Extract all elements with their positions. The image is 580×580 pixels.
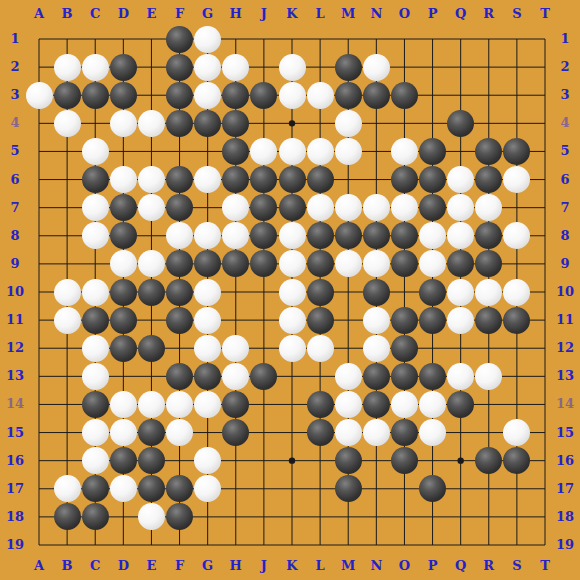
column-label-bottom: S <box>503 558 531 574</box>
black-stone-E10[interactable] <box>138 279 165 306</box>
black-stone-C17[interactable] <box>82 475 109 502</box>
row-label-right: 8 <box>551 228 579 244</box>
black-stone-C11[interactable] <box>82 307 109 334</box>
white-stone-N12[interactable] <box>363 335 390 362</box>
white-stone-C16[interactable] <box>82 447 109 474</box>
column-label-bottom: R <box>475 558 503 574</box>
white-stone-R13[interactable] <box>475 363 502 390</box>
row-label-left: 9 <box>1 256 29 272</box>
row-label-left: 8 <box>1 228 29 244</box>
row-label-right: 19 <box>551 537 579 553</box>
white-stone-O7[interactable] <box>391 194 418 221</box>
row-label-left: 2 <box>1 59 29 75</box>
black-stone-N10[interactable] <box>363 279 390 306</box>
white-stone-H2[interactable] <box>222 54 249 81</box>
black-stone-M3[interactable] <box>335 82 362 109</box>
black-stone-R11[interactable] <box>475 307 502 334</box>
row-label-left: 15 <box>1 425 29 441</box>
black-stone-E16[interactable] <box>138 447 165 474</box>
column-label-top: P <box>419 6 447 22</box>
column-label-bottom: C <box>81 558 109 574</box>
white-stone-B17[interactable] <box>54 475 81 502</box>
black-stone-O12[interactable] <box>391 335 418 362</box>
white-stone-O5[interactable] <box>391 138 418 165</box>
column-label-bottom: B <box>53 558 81 574</box>
black-stone-D12[interactable] <box>110 335 137 362</box>
row-label-right: 3 <box>551 87 579 103</box>
black-stone-O16[interactable] <box>391 447 418 474</box>
column-label-top: T <box>531 6 559 22</box>
column-label-bottom: L <box>306 558 334 574</box>
white-stone-C7[interactable] <box>82 194 109 221</box>
row-label-left: 5 <box>1 143 29 159</box>
black-stone-S11[interactable] <box>503 307 530 334</box>
black-stone-L14[interactable] <box>307 391 334 418</box>
black-stone-L10[interactable] <box>307 279 334 306</box>
white-stone-N7[interactable] <box>363 194 390 221</box>
white-stone-D15[interactable] <box>110 419 137 446</box>
column-label-top: D <box>109 6 137 22</box>
black-stone-D11[interactable] <box>110 307 137 334</box>
column-label-bottom: J <box>250 558 278 574</box>
row-label-right: 11 <box>551 312 579 328</box>
row-label-left: 13 <box>1 368 29 384</box>
black-stone-F13[interactable] <box>166 363 193 390</box>
white-stone-R10[interactable] <box>475 279 502 306</box>
white-stone-M15[interactable] <box>335 419 362 446</box>
white-stone-P15[interactable] <box>419 419 446 446</box>
white-stone-G11[interactable] <box>194 307 221 334</box>
black-stone-L9[interactable] <box>307 250 334 277</box>
white-stone-F14[interactable] <box>166 391 193 418</box>
white-stone-M7[interactable] <box>335 194 362 221</box>
white-stone-B10[interactable] <box>54 279 81 306</box>
white-stone-O14[interactable] <box>391 391 418 418</box>
black-stone-M16[interactable] <box>335 447 362 474</box>
black-stone-O15[interactable] <box>391 419 418 446</box>
black-stone-N14[interactable] <box>363 391 390 418</box>
black-stone-F6[interactable] <box>166 166 193 193</box>
white-stone-K3[interactable] <box>279 82 306 109</box>
column-label-top: B <box>53 6 81 22</box>
white-stone-G12[interactable] <box>194 335 221 362</box>
black-stone-Q4[interactable] <box>447 110 474 137</box>
black-stone-P5[interactable] <box>419 138 446 165</box>
black-stone-F4[interactable] <box>166 110 193 137</box>
black-stone-O3[interactable] <box>391 82 418 109</box>
column-label-top: C <box>81 6 109 22</box>
white-stone-N11[interactable] <box>363 307 390 334</box>
white-stone-N9[interactable] <box>363 250 390 277</box>
row-label-left: 12 <box>1 340 29 356</box>
row-label-left: 14 <box>1 396 29 412</box>
column-label-bottom: T <box>531 558 559 574</box>
white-stone-Q6[interactable] <box>447 166 474 193</box>
white-stone-G1[interactable] <box>194 26 221 53</box>
white-stone-L3[interactable] <box>307 82 334 109</box>
row-label-left: 11 <box>1 312 29 328</box>
white-stone-C15[interactable] <box>82 419 109 446</box>
white-stone-M13[interactable] <box>335 363 362 390</box>
black-stone-Q14[interactable] <box>447 391 474 418</box>
black-stone-E15[interactable] <box>138 419 165 446</box>
row-label-left: 10 <box>1 284 29 300</box>
black-stone-D8[interactable] <box>110 222 137 249</box>
white-stone-K2[interactable] <box>279 54 306 81</box>
white-stone-C10[interactable] <box>82 279 109 306</box>
go-board[interactable]: AABBCCDDEEFFGGHHJJKKLLMMNNOOPPQQRRSSTT11… <box>0 0 580 580</box>
column-label-top: F <box>166 6 194 22</box>
white-stone-S10[interactable] <box>503 279 530 306</box>
white-stone-K5[interactable] <box>279 138 306 165</box>
row-label-left: 4 <box>1 115 29 131</box>
row-label-left: 17 <box>1 481 29 497</box>
row-label-right: 1 <box>551 31 579 47</box>
column-label-top: S <box>503 6 531 22</box>
white-stone-N15[interactable] <box>363 419 390 446</box>
white-stone-K10[interactable] <box>279 279 306 306</box>
black-stone-D3[interactable] <box>110 82 137 109</box>
white-stone-H13[interactable] <box>222 363 249 390</box>
white-stone-D4[interactable] <box>110 110 137 137</box>
white-stone-D14[interactable] <box>110 391 137 418</box>
white-stone-D9[interactable] <box>110 250 137 277</box>
white-stone-N2[interactable] <box>363 54 390 81</box>
white-stone-G2[interactable] <box>194 54 221 81</box>
column-label-bottom: O <box>390 558 418 574</box>
white-stone-D17[interactable] <box>110 475 137 502</box>
black-stone-F1[interactable] <box>166 26 193 53</box>
black-stone-K7[interactable] <box>279 194 306 221</box>
black-stone-D16[interactable] <box>110 447 137 474</box>
white-stone-G3[interactable] <box>194 82 221 109</box>
white-stone-M5[interactable] <box>335 138 362 165</box>
white-stone-M4[interactable] <box>335 110 362 137</box>
black-stone-F3[interactable] <box>166 82 193 109</box>
row-label-right: 12 <box>551 340 579 356</box>
black-stone-P11[interactable] <box>419 307 446 334</box>
row-label-right: 13 <box>551 368 579 384</box>
white-stone-K11[interactable] <box>279 307 306 334</box>
white-stone-C13[interactable] <box>82 363 109 390</box>
white-stone-C8[interactable] <box>82 222 109 249</box>
column-label-top: A <box>25 6 53 22</box>
column-label-bottom: E <box>137 558 165 574</box>
row-label-left: 3 <box>1 87 29 103</box>
black-stone-N13[interactable] <box>363 363 390 390</box>
column-label-top: R <box>475 6 503 22</box>
black-stone-P7[interactable] <box>419 194 446 221</box>
column-label-top: O <box>390 6 418 22</box>
white-stone-K12[interactable] <box>279 335 306 362</box>
black-stone-C3[interactable] <box>82 82 109 109</box>
black-stone-D7[interactable] <box>110 194 137 221</box>
white-stone-C5[interactable] <box>82 138 109 165</box>
row-label-left: 6 <box>1 172 29 188</box>
row-label-right: 2 <box>551 59 579 75</box>
white-stone-H12[interactable] <box>222 335 249 362</box>
white-stone-E14[interactable] <box>138 391 165 418</box>
white-stone-F15[interactable] <box>166 419 193 446</box>
row-label-right: 14 <box>551 396 579 412</box>
column-label-bottom: G <box>194 558 222 574</box>
black-stone-C14[interactable] <box>82 391 109 418</box>
white-stone-D6[interactable] <box>110 166 137 193</box>
white-stone-M14[interactable] <box>335 391 362 418</box>
black-stone-D10[interactable] <box>110 279 137 306</box>
row-label-left: 16 <box>1 453 29 469</box>
black-stone-B3[interactable] <box>54 82 81 109</box>
black-stone-H4[interactable] <box>222 110 249 137</box>
black-stone-N3[interactable] <box>363 82 390 109</box>
row-label-right: 5 <box>551 143 579 159</box>
black-stone-G13[interactable] <box>194 363 221 390</box>
black-stone-O13[interactable] <box>391 363 418 390</box>
column-label-bottom: H <box>222 558 250 574</box>
black-stone-G4[interactable] <box>194 110 221 137</box>
white-stone-Q13[interactable] <box>447 363 474 390</box>
row-label-left: 19 <box>1 537 29 553</box>
black-stone-L8[interactable] <box>307 222 334 249</box>
black-stone-H3[interactable] <box>222 82 249 109</box>
row-label-right: 15 <box>551 425 579 441</box>
white-stone-E6[interactable] <box>138 166 165 193</box>
white-stone-L7[interactable] <box>307 194 334 221</box>
row-label-left: 18 <box>1 509 29 525</box>
white-stone-E4[interactable] <box>138 110 165 137</box>
row-label-right: 9 <box>551 256 579 272</box>
black-stone-P6[interactable] <box>419 166 446 193</box>
column-label-bottom: N <box>362 558 390 574</box>
black-stone-K6[interactable] <box>279 166 306 193</box>
black-stone-F11[interactable] <box>166 307 193 334</box>
column-label-bottom: K <box>278 558 306 574</box>
white-stone-K9[interactable] <box>279 250 306 277</box>
black-stone-O8[interactable] <box>391 222 418 249</box>
row-label-right: 18 <box>551 509 579 525</box>
white-stone-G10[interactable] <box>194 279 221 306</box>
row-label-right: 17 <box>551 481 579 497</box>
black-stone-P13[interactable] <box>419 363 446 390</box>
column-label-bottom: M <box>334 558 362 574</box>
star-point <box>289 120 295 126</box>
column-label-top: K <box>278 6 306 22</box>
row-label-left: 1 <box>1 31 29 47</box>
row-label-right: 10 <box>551 284 579 300</box>
white-stone-E7[interactable] <box>138 194 165 221</box>
star-point <box>457 457 463 463</box>
black-stone-H14[interactable] <box>222 391 249 418</box>
white-stone-G14[interactable] <box>194 391 221 418</box>
column-label-top: Q <box>447 6 475 22</box>
black-stone-H5[interactable] <box>222 138 249 165</box>
column-label-bottom: F <box>166 558 194 574</box>
black-stone-M8[interactable] <box>335 222 362 249</box>
row-label-left: 7 <box>1 200 29 216</box>
black-stone-B18[interactable] <box>54 503 81 530</box>
white-stone-G6[interactable] <box>194 166 221 193</box>
black-stone-L15[interactable] <box>307 419 334 446</box>
white-stone-M9[interactable] <box>335 250 362 277</box>
black-stone-C18[interactable] <box>82 503 109 530</box>
column-label-top: L <box>306 6 334 22</box>
black-stone-N8[interactable] <box>363 222 390 249</box>
column-label-top: E <box>137 6 165 22</box>
white-stone-Q10[interactable] <box>447 279 474 306</box>
black-stone-O11[interactable] <box>391 307 418 334</box>
black-stone-O6[interactable] <box>391 166 418 193</box>
black-stone-F10[interactable] <box>166 279 193 306</box>
white-stone-B11[interactable] <box>54 307 81 334</box>
row-label-right: 16 <box>551 453 579 469</box>
white-stone-B4[interactable] <box>54 110 81 137</box>
column-label-top: G <box>194 6 222 22</box>
white-stone-P14[interactable] <box>419 391 446 418</box>
column-label-top: N <box>362 6 390 22</box>
white-stone-C2[interactable] <box>82 54 109 81</box>
black-stone-J13[interactable] <box>250 363 277 390</box>
column-label-top: M <box>334 6 362 22</box>
black-stone-M2[interactable] <box>335 54 362 81</box>
row-label-right: 4 <box>551 115 579 131</box>
black-stone-E12[interactable] <box>138 335 165 362</box>
white-stone-B2[interactable] <box>54 54 81 81</box>
row-label-right: 7 <box>551 200 579 216</box>
column-label-bottom: P <box>419 558 447 574</box>
black-stone-D2[interactable] <box>110 54 137 81</box>
black-stone-E17[interactable] <box>138 475 165 502</box>
column-label-bottom: Q <box>447 558 475 574</box>
row-label-right: 6 <box>551 172 579 188</box>
white-stone-L5[interactable] <box>307 138 334 165</box>
column-label-top: J <box>250 6 278 22</box>
column-label-top: H <box>222 6 250 22</box>
white-stone-Q11[interactable] <box>447 307 474 334</box>
black-stone-M17[interactable] <box>335 475 362 502</box>
column-label-bottom: A <box>25 558 53 574</box>
white-stone-L12[interactable] <box>307 335 334 362</box>
black-stone-L11[interactable] <box>307 307 334 334</box>
black-stone-L6[interactable] <box>307 166 334 193</box>
white-stone-C12[interactable] <box>82 335 109 362</box>
black-stone-C6[interactable] <box>82 166 109 193</box>
column-label-bottom: D <box>109 558 137 574</box>
white-stone-A3[interactable] <box>26 82 53 109</box>
star-point <box>289 457 295 463</box>
white-stone-K8[interactable] <box>279 222 306 249</box>
black-stone-P10[interactable] <box>419 279 446 306</box>
black-stone-R5[interactable] <box>475 138 502 165</box>
black-stone-F2[interactable] <box>166 54 193 81</box>
black-stone-J3[interactable] <box>250 82 277 109</box>
black-stone-F7[interactable] <box>166 194 193 221</box>
